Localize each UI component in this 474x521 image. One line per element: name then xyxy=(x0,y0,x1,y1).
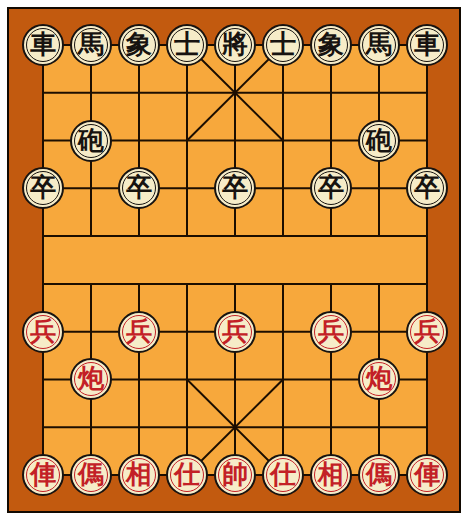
piece-black-elephant[interactable]: 象 xyxy=(310,24,352,66)
piece-red-horse[interactable]: 傌 xyxy=(70,454,112,496)
piece-glyph: 象 xyxy=(126,31,152,57)
piece-red-horse[interactable]: 傌 xyxy=(358,454,400,496)
piece-red-soldier[interactable]: 兵 xyxy=(310,311,352,353)
piece-glyph: 相 xyxy=(318,461,344,487)
piece-glyph: 卒 xyxy=(126,174,152,200)
piece-red-chariot[interactable]: 俥 xyxy=(22,454,64,496)
piece-red-cannon[interactable]: 炮 xyxy=(70,358,112,400)
piece-red-general[interactable]: 帥 xyxy=(214,454,256,496)
piece-glyph: 將 xyxy=(222,31,248,57)
piece-red-elephant[interactable]: 相 xyxy=(310,454,352,496)
piece-black-advisor[interactable]: 士 xyxy=(166,24,208,66)
piece-glyph: 傌 xyxy=(366,461,392,487)
piece-glyph: 傌 xyxy=(78,461,104,487)
piece-glyph: 兵 xyxy=(222,318,248,344)
piece-glyph: 砲 xyxy=(366,127,392,153)
pieces-layer: 車馬象士將士象馬車砲砲卒卒卒卒卒兵兵兵兵兵炮炮俥傌相仕帥仕相傌俥 xyxy=(0,0,474,521)
piece-black-soldier[interactable]: 卒 xyxy=(214,167,256,209)
piece-glyph: 砲 xyxy=(78,127,104,153)
piece-glyph: 兵 xyxy=(126,318,152,344)
piece-glyph: 士 xyxy=(270,31,296,57)
piece-black-cannon[interactable]: 砲 xyxy=(358,120,400,162)
piece-black-soldier[interactable]: 卒 xyxy=(118,167,160,209)
piece-glyph: 炮 xyxy=(366,365,392,391)
piece-glyph: 相 xyxy=(126,461,152,487)
piece-black-horse[interactable]: 馬 xyxy=(358,24,400,66)
piece-red-elephant[interactable]: 相 xyxy=(118,454,160,496)
piece-glyph: 兵 xyxy=(318,318,344,344)
piece-black-elephant[interactable]: 象 xyxy=(118,24,160,66)
piece-glyph: 帥 xyxy=(222,461,248,487)
piece-red-advisor[interactable]: 仕 xyxy=(262,454,304,496)
piece-glyph: 馬 xyxy=(366,31,392,57)
piece-black-soldier[interactable]: 卒 xyxy=(22,167,64,209)
piece-black-chariot[interactable]: 車 xyxy=(406,24,448,66)
piece-black-general[interactable]: 將 xyxy=(214,24,256,66)
piece-glyph: 士 xyxy=(174,31,200,57)
piece-black-soldier[interactable]: 卒 xyxy=(310,167,352,209)
piece-black-cannon[interactable]: 砲 xyxy=(70,120,112,162)
piece-glyph: 卒 xyxy=(414,174,440,200)
piece-red-advisor[interactable]: 仕 xyxy=(166,454,208,496)
piece-glyph: 俥 xyxy=(30,461,56,487)
piece-red-soldier[interactable]: 兵 xyxy=(22,311,64,353)
piece-glyph: 卒 xyxy=(222,174,248,200)
piece-glyph: 兵 xyxy=(414,318,440,344)
piece-black-chariot[interactable]: 車 xyxy=(22,24,64,66)
piece-black-horse[interactable]: 馬 xyxy=(70,24,112,66)
piece-glyph: 卒 xyxy=(318,174,344,200)
piece-glyph: 車 xyxy=(414,31,440,57)
piece-glyph: 仕 xyxy=(270,461,296,487)
piece-glyph: 馬 xyxy=(78,31,104,57)
xiangqi-diagram: 車馬象士將士象馬車砲砲卒卒卒卒卒兵兵兵兵兵炮炮俥傌相仕帥仕相傌俥 xyxy=(0,0,474,521)
piece-black-advisor[interactable]: 士 xyxy=(262,24,304,66)
piece-glyph: 俥 xyxy=(414,461,440,487)
piece-red-soldier[interactable]: 兵 xyxy=(118,311,160,353)
piece-glyph: 卒 xyxy=(30,174,56,200)
piece-glyph: 仕 xyxy=(174,461,200,487)
piece-glyph: 象 xyxy=(318,31,344,57)
piece-black-soldier[interactable]: 卒 xyxy=(406,167,448,209)
piece-red-soldier[interactable]: 兵 xyxy=(406,311,448,353)
piece-glyph: 兵 xyxy=(30,318,56,344)
piece-glyph: 車 xyxy=(30,31,56,57)
piece-red-soldier[interactable]: 兵 xyxy=(214,311,256,353)
piece-glyph: 炮 xyxy=(78,365,104,391)
piece-red-chariot[interactable]: 俥 xyxy=(406,454,448,496)
piece-red-cannon[interactable]: 炮 xyxy=(358,358,400,400)
